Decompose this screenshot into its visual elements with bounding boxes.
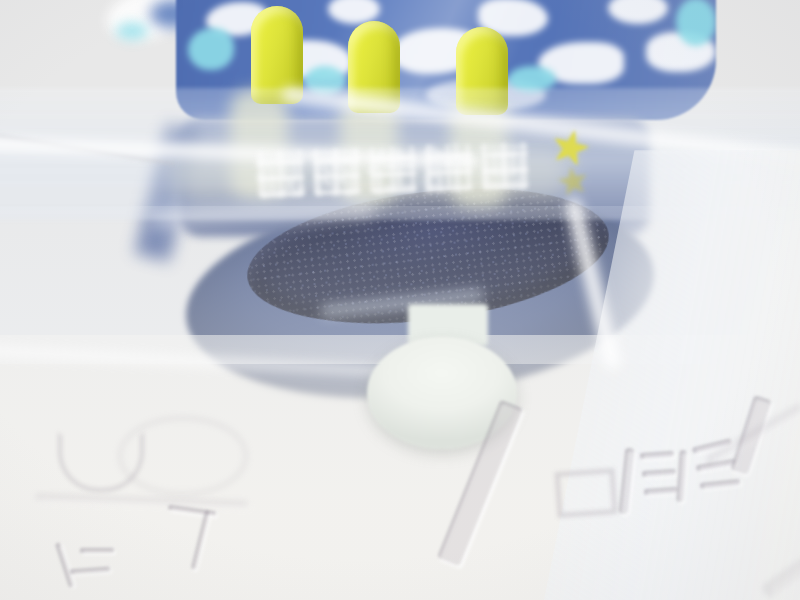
kanji-stroke-texture [481,142,529,190]
kanji-stroke-texture [257,150,305,198]
star-icon: ★ [553,159,593,202]
kanji-stroke-texture [313,148,361,196]
kanji-stroke-texture [369,146,417,194]
emboss-mark [118,416,248,496]
print-fragment-cyan [116,22,148,40]
photo-canvas: 観雨仕計画 ★ ★ [0,0,800,600]
kanji-stroke-texture [425,144,473,192]
emboss-mark [80,548,114,553]
printed-kanji-text: 観雨仕計画 [255,134,577,207]
emboss-mark [554,468,617,518]
